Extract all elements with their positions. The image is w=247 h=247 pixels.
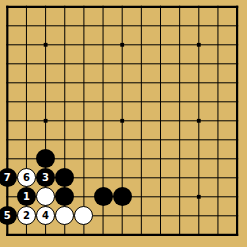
intersection-3-10[interactable] [55,187,74,206]
intersection-2-7[interactable] [36,130,55,149]
intersection-10-8[interactable] [189,149,208,168]
intersection-7-2[interactable] [132,35,151,54]
intersection-5-10[interactable] [93,187,112,206]
intersection-12-1[interactable] [227,16,246,35]
intersection-0-10[interactable] [0,187,17,206]
intersection-12-9[interactable] [227,168,246,187]
intersection-9-12[interactable] [170,225,189,244]
intersection-12-4[interactable] [227,73,246,92]
intersection-7-0[interactable] [132,0,151,16]
intersection-10-4[interactable] [189,73,208,92]
intersection-5-6[interactable] [93,111,112,130]
intersection-1-9[interactable]: 6 [17,168,36,187]
intersection-2-6[interactable] [36,111,55,130]
intersection-9-2[interactable] [170,35,189,54]
intersection-4-3[interactable] [74,54,93,73]
intersection-9-8[interactable] [170,149,189,168]
intersection-11-12[interactable] [208,225,227,244]
intersection-5-0[interactable] [93,0,112,16]
intersection-3-7[interactable] [55,130,74,149]
intersection-8-8[interactable] [151,149,170,168]
intersection-2-0[interactable] [36,0,55,16]
stone-black-move-7[interactable]: 7 [0,168,17,187]
intersection-3-3[interactable] [55,54,74,73]
intersection-8-3[interactable] [151,54,170,73]
intersection-5-8[interactable] [93,149,112,168]
intersection-11-10[interactable] [208,187,227,206]
intersection-4-5[interactable] [74,92,93,111]
intersection-1-11[interactable]: 2 [17,206,36,225]
intersection-1-10[interactable]: 1 [17,187,36,206]
intersection-2-10[interactable] [36,187,55,206]
intersection-6-3[interactable] [113,54,132,73]
intersection-5-7[interactable] [93,130,112,149]
intersection-7-9[interactable] [132,168,151,187]
intersection-12-3[interactable] [227,54,246,73]
intersection-9-7[interactable] [170,130,189,149]
intersection-4-11[interactable] [74,206,93,225]
intersection-6-2[interactable] [113,35,132,54]
intersection-5-3[interactable] [93,54,112,73]
intersection-5-4[interactable] [93,73,112,92]
intersection-12-2[interactable] [227,35,246,54]
intersection-1-8[interactable] [17,149,36,168]
move-number: 4 [42,210,49,220]
intersection-3-2[interactable] [55,35,74,54]
intersection-8-6[interactable] [151,111,170,130]
intersection-4-10[interactable] [74,187,93,206]
intersection-10-9[interactable] [189,168,208,187]
intersection-11-8[interactable] [208,149,227,168]
intersection-1-5[interactable] [17,92,36,111]
intersection-5-5[interactable] [93,92,112,111]
intersection-11-11[interactable] [208,206,227,225]
intersection-7-4[interactable] [132,73,151,92]
intersection-2-2[interactable] [36,35,55,54]
intersection-10-6[interactable] [189,111,208,130]
intersection-1-3[interactable] [17,54,36,73]
intersection-10-0[interactable] [189,0,208,16]
intersection-4-1[interactable] [74,16,93,35]
intersection-4-7[interactable] [74,130,93,149]
stone-black-move-5[interactable]: 5 [0,206,17,225]
intersection-4-6[interactable] [74,111,93,130]
intersection-9-1[interactable] [170,16,189,35]
intersection-12-0[interactable] [227,0,246,16]
stone-white[interactable] [55,206,74,225]
intersection-2-4[interactable] [36,73,55,92]
intersection-1-0[interactable] [17,0,36,16]
stone-black[interactable] [113,187,132,206]
intersection-5-11[interactable] [93,206,112,225]
intersection-0-1[interactable] [0,16,17,35]
intersection-7-11[interactable] [132,206,151,225]
intersection-10-7[interactable] [189,130,208,149]
intersection-0-6[interactable] [0,111,17,130]
intersection-7-5[interactable] [132,92,151,111]
intersection-12-6[interactable] [227,111,246,130]
stone-white-move-4[interactable]: 4 [36,206,55,225]
intersection-6-0[interactable] [113,0,132,16]
intersection-10-2[interactable] [189,35,208,54]
intersection-12-8[interactable] [227,149,246,168]
intersection-8-0[interactable] [151,0,170,16]
intersection-9-6[interactable] [170,111,189,130]
intersection-3-0[interactable] [55,0,74,16]
intersection-1-12[interactable] [17,225,36,244]
intersection-11-5[interactable] [208,92,227,111]
intersection-2-5[interactable] [36,92,55,111]
intersection-8-10[interactable] [151,187,170,206]
intersection-0-8[interactable] [0,149,17,168]
intersection-3-5[interactable] [55,92,74,111]
intersection-8-5[interactable] [151,92,170,111]
intersection-6-1[interactable] [113,16,132,35]
intersection-11-1[interactable] [208,16,227,35]
stone-black[interactable] [55,187,74,206]
intersection-11-9[interactable] [208,168,227,187]
intersection-11-2[interactable] [208,35,227,54]
intersection-4-8[interactable] [74,149,93,168]
intersection-0-11[interactable]: 5 [0,206,17,225]
intersection-7-6[interactable] [132,111,151,130]
intersection-3-6[interactable] [55,111,74,130]
intersection-3-4[interactable] [55,73,74,92]
intersection-9-9[interactable] [170,168,189,187]
intersection-6-12[interactable] [113,225,132,244]
move-number: 7 [4,172,11,182]
intersection-2-11[interactable]: 4 [36,206,55,225]
intersection-12-10[interactable] [227,187,246,206]
intersection-2-8[interactable] [36,149,55,168]
intersection-3-1[interactable] [55,16,74,35]
intersection-10-12[interactable] [189,225,208,244]
intersection-11-4[interactable] [208,73,227,92]
intersection-1-7[interactable] [17,130,36,149]
stone-white[interactable] [36,187,55,206]
intersection-7-10[interactable] [132,187,151,206]
intersection-0-3[interactable] [0,54,17,73]
move-number: 6 [23,172,30,182]
stone-black[interactable] [94,187,113,206]
intersection-6-6[interactable] [113,111,132,130]
intersection-4-12[interactable] [74,225,93,244]
intersection-9-4[interactable] [170,73,189,92]
stone-black[interactable] [55,168,74,187]
intersection-1-2[interactable] [17,35,36,54]
intersection-5-9[interactable] [93,168,112,187]
intersection-6-8[interactable] [113,149,132,168]
intersection-9-0[interactable] [170,0,189,16]
intersection-4-2[interactable] [74,35,93,54]
intersection-8-9[interactable] [151,168,170,187]
intersection-0-2[interactable] [0,35,17,54]
intersection-0-4[interactable] [0,73,17,92]
intersection-2-3[interactable] [36,54,55,73]
move-number: 5 [4,210,11,220]
intersection-1-4[interactable] [17,73,36,92]
intersection-2-1[interactable] [36,16,55,35]
intersection-4-0[interactable] [74,0,93,16]
intersection-2-9[interactable]: 3 [36,168,55,187]
stone-white-move-2[interactable]: 2 [17,206,36,225]
intersection-8-1[interactable] [151,16,170,35]
intersection-10-11[interactable] [189,206,208,225]
go-board-diagram: 7631524 [0,0,247,247]
move-number: 1 [23,191,30,201]
intersection-8-4[interactable] [151,73,170,92]
intersection-5-1[interactable] [93,16,112,35]
intersection-5-12[interactable] [93,225,112,244]
intersection-0-5[interactable] [0,92,17,111]
intersection-11-7[interactable] [208,130,227,149]
intersection-9-3[interactable] [170,54,189,73]
stone-black[interactable] [36,149,55,168]
intersection-12-11[interactable] [227,206,246,225]
intersection-10-10[interactable] [189,187,208,206]
stone-black-move-1[interactable]: 1 [17,187,36,206]
intersection-12-12[interactable] [227,225,246,244]
intersection-4-4[interactable] [74,73,93,92]
intersection-9-10[interactable] [170,187,189,206]
intersection-8-7[interactable] [151,130,170,149]
intersection-11-3[interactable] [208,54,227,73]
intersection-6-5[interactable] [113,92,132,111]
intersection-6-10[interactable] [113,187,132,206]
intersection-12-5[interactable] [227,92,246,111]
intersection-1-1[interactable] [17,16,36,35]
intersection-2-12[interactable] [36,225,55,244]
intersection-7-3[interactable] [132,54,151,73]
intersection-11-6[interactable] [208,111,227,130]
intersection-6-4[interactable] [113,73,132,92]
intersection-8-12[interactable] [151,225,170,244]
intersection-7-1[interactable] [132,16,151,35]
intersection-8-11[interactable] [151,206,170,225]
intersection-0-9[interactable]: 7 [0,168,17,187]
intersection-10-3[interactable] [189,54,208,73]
intersection-6-9[interactable] [113,168,132,187]
intersection-4-9[interactable] [74,168,93,187]
intersection-10-1[interactable] [189,16,208,35]
intersection-0-7[interactable] [0,130,17,149]
move-number: 3 [42,172,49,182]
intersection-0-0[interactable] [0,0,17,16]
intersection-11-0[interactable] [208,0,227,16]
intersection-9-5[interactable] [170,92,189,111]
intersection-1-6[interactable] [17,111,36,130]
intersection-7-12[interactable] [132,225,151,244]
intersection-3-12[interactable] [55,225,74,244]
intersection-8-2[interactable] [151,35,170,54]
intersection-3-8[interactable] [55,149,74,168]
intersection-7-7[interactable] [132,130,151,149]
stone-white[interactable] [74,206,93,225]
intersection-6-11[interactable] [113,206,132,225]
intersection-9-11[interactable] [170,206,189,225]
intersection-7-8[interactable] [132,149,151,168]
go-board[interactable]: 7631524 [0,0,247,244]
move-number: 2 [23,210,30,220]
intersection-10-5[interactable] [189,92,208,111]
intersection-5-2[interactable] [93,35,112,54]
intersection-3-11[interactable] [55,206,74,225]
intersection-3-9[interactable] [55,168,74,187]
intersection-0-12[interactable] [0,225,17,244]
stone-white-move-6[interactable]: 6 [17,168,36,187]
stone-black-move-3[interactable]: 3 [36,168,55,187]
intersection-12-7[interactable] [227,130,246,149]
intersection-6-7[interactable] [113,130,132,149]
